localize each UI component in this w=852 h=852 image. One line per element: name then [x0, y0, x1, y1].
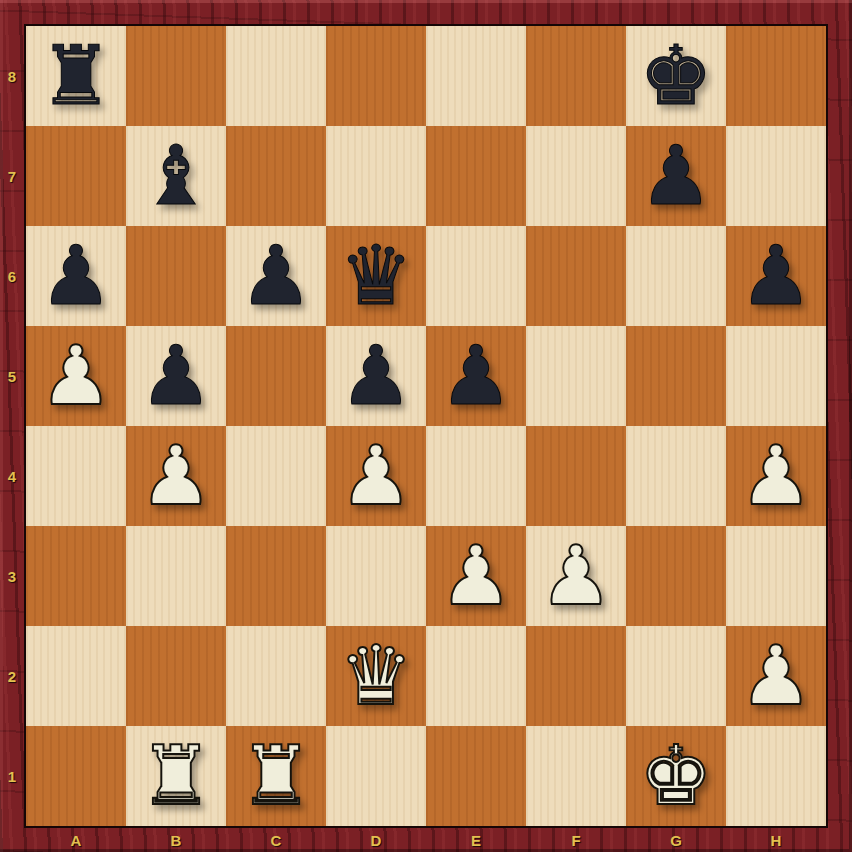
rank-label-4: 4 [0, 426, 24, 526]
square-a2[interactable] [26, 626, 126, 726]
square-e7[interactable] [426, 126, 526, 226]
piece-white-pawn[interactable]: ♟ [539, 535, 613, 617]
square-b2[interactable] [126, 626, 226, 726]
square-c7[interactable] [226, 126, 326, 226]
file-label-a: A [26, 828, 126, 852]
piece-black-pawn[interactable]: ♟ [439, 335, 513, 417]
rank-label-8: 8 [0, 26, 24, 126]
square-a4[interactable] [26, 426, 126, 526]
square-h6[interactable]: ♟ [726, 226, 826, 326]
square-a8[interactable]: ♜ [26, 26, 126, 126]
square-g8[interactable]: ♚ [626, 26, 726, 126]
square-g5[interactable] [626, 326, 726, 426]
square-d7[interactable] [326, 126, 426, 226]
file-label-f: F [526, 828, 626, 852]
square-h8[interactable] [726, 26, 826, 126]
square-f4[interactable] [526, 426, 626, 526]
square-d3[interactable] [326, 526, 426, 626]
square-b6[interactable] [126, 226, 226, 326]
square-c5[interactable] [226, 326, 326, 426]
piece-black-king[interactable]: ♚ [639, 35, 713, 117]
square-h5[interactable] [726, 326, 826, 426]
rank-label-5: 5 [0, 326, 24, 426]
file-label-e: E [426, 828, 526, 852]
piece-black-queen[interactable]: ♛ [339, 235, 413, 317]
square-h1[interactable] [726, 726, 826, 826]
square-a5[interactable]: ♟ [26, 326, 126, 426]
square-h7[interactable] [726, 126, 826, 226]
piece-white-king[interactable]: ♚ [639, 735, 713, 817]
square-c6[interactable]: ♟ [226, 226, 326, 326]
chess-board: ♜♚♝♟♟♟♛♟♟♟♟♟♟♟♟♟♟♛♟♜♜♚ [24, 24, 828, 828]
square-c3[interactable] [226, 526, 326, 626]
square-a1[interactable] [26, 726, 126, 826]
square-f5[interactable] [526, 326, 626, 426]
file-label-d: D [326, 828, 426, 852]
square-c4[interactable] [226, 426, 326, 526]
square-f2[interactable] [526, 626, 626, 726]
file-label-h: H [726, 828, 826, 852]
rank-label-7: 7 [0, 126, 24, 226]
piece-white-rook[interactable]: ♜ [239, 735, 313, 817]
square-e5[interactable]: ♟ [426, 326, 526, 426]
square-d2[interactable]: ♛ [326, 626, 426, 726]
piece-black-pawn[interactable]: ♟ [139, 335, 213, 417]
piece-black-pawn[interactable]: ♟ [639, 135, 713, 217]
square-a6[interactable]: ♟ [26, 226, 126, 326]
square-g1[interactable]: ♚ [626, 726, 726, 826]
rank-label-2: 2 [0, 626, 24, 726]
square-d4[interactable]: ♟ [326, 426, 426, 526]
piece-black-pawn[interactable]: ♟ [739, 235, 813, 317]
square-a3[interactable] [26, 526, 126, 626]
square-e2[interactable] [426, 626, 526, 726]
piece-white-pawn[interactable]: ♟ [139, 435, 213, 517]
board-frame: ♜♚♝♟♟♟♛♟♟♟♟♟♟♟♟♟♟♛♟♜♜♚ 87654321 ABCDEFGH [0, 0, 852, 852]
square-g3[interactable] [626, 526, 726, 626]
square-f1[interactable] [526, 726, 626, 826]
square-f6[interactable] [526, 226, 626, 326]
file-label-c: C [226, 828, 326, 852]
piece-black-pawn[interactable]: ♟ [339, 335, 413, 417]
file-label-g: G [626, 828, 726, 852]
square-b1[interactable]: ♜ [126, 726, 226, 826]
square-e8[interactable] [426, 26, 526, 126]
square-h4[interactable]: ♟ [726, 426, 826, 526]
square-g4[interactable] [626, 426, 726, 526]
square-g7[interactable]: ♟ [626, 126, 726, 226]
rank-label-1: 1 [0, 726, 24, 826]
square-d6[interactable]: ♛ [326, 226, 426, 326]
rank-label-3: 3 [0, 526, 24, 626]
piece-black-pawn[interactable]: ♟ [39, 235, 113, 317]
square-f8[interactable] [526, 26, 626, 126]
square-g2[interactable] [626, 626, 726, 726]
piece-black-pawn[interactable]: ♟ [239, 235, 313, 317]
square-e3[interactable]: ♟ [426, 526, 526, 626]
square-b3[interactable] [126, 526, 226, 626]
square-g6[interactable] [626, 226, 726, 326]
piece-white-pawn[interactable]: ♟ [39, 335, 113, 417]
piece-white-queen[interactable]: ♛ [339, 635, 413, 717]
piece-white-pawn[interactable]: ♟ [739, 435, 813, 517]
piece-black-bishop[interactable]: ♝ [139, 135, 213, 217]
square-h3[interactable] [726, 526, 826, 626]
file-label-b: B [126, 828, 226, 852]
rank-label-6: 6 [0, 226, 24, 326]
square-b5[interactable]: ♟ [126, 326, 226, 426]
piece-white-rook[interactable]: ♜ [139, 735, 213, 817]
square-b4[interactable]: ♟ [126, 426, 226, 526]
square-h2[interactable]: ♟ [726, 626, 826, 726]
square-c8[interactable] [226, 26, 326, 126]
square-d8[interactable] [326, 26, 426, 126]
square-e1[interactable] [426, 726, 526, 826]
square-f3[interactable]: ♟ [526, 526, 626, 626]
piece-black-rook[interactable]: ♜ [39, 35, 113, 117]
square-b7[interactable]: ♝ [126, 126, 226, 226]
square-f7[interactable] [526, 126, 626, 226]
piece-white-pawn[interactable]: ♟ [739, 635, 813, 717]
square-c1[interactable]: ♜ [226, 726, 326, 826]
piece-white-pawn[interactable]: ♟ [439, 535, 513, 617]
square-e6[interactable] [426, 226, 526, 326]
square-d5[interactable]: ♟ [326, 326, 426, 426]
square-a7[interactable] [26, 126, 126, 226]
square-c2[interactable] [226, 626, 326, 726]
piece-white-pawn[interactable]: ♟ [339, 435, 413, 517]
square-b8[interactable] [126, 26, 226, 126]
square-d1[interactable] [326, 726, 426, 826]
square-e4[interactable] [426, 426, 526, 526]
